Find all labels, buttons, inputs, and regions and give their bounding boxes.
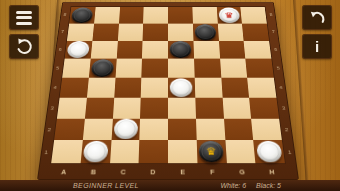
square-e2[interactable] (168, 118, 196, 140)
square-e7[interactable] (168, 23, 193, 40)
square-d6[interactable] (142, 41, 168, 59)
square-c3[interactable] (112, 98, 140, 119)
file-labels: ABCDEFGH (48, 166, 288, 178)
square-a2[interactable] (54, 118, 85, 140)
square-c5[interactable] (115, 59, 142, 78)
white-man[interactable] (83, 141, 109, 162)
square-d8[interactable] (143, 7, 168, 24)
square-c7[interactable] (117, 23, 143, 40)
rank-label: 5 (273, 59, 284, 78)
file-label: F (198, 169, 228, 176)
black-king[interactable]: ♛ (199, 141, 224, 162)
square-f1[interactable]: ♛ (196, 140, 226, 163)
rank-label: 1 (284, 141, 296, 164)
square-a8[interactable] (69, 7, 95, 24)
rank-label: 2 (281, 119, 293, 141)
square-d4[interactable] (141, 78, 168, 98)
square-a4[interactable] (60, 78, 89, 98)
restart-button[interactable] (9, 34, 39, 59)
black-man[interactable] (195, 24, 217, 40)
white-king[interactable]: ♛ (218, 7, 240, 22)
square-f8[interactable] (192, 7, 217, 24)
crown-icon: ♛ (199, 141, 224, 162)
square-b4[interactable] (87, 78, 115, 98)
checkers-board: ♛♛ ABCDEFGH 87654321 87654321 (37, 2, 299, 180)
square-d3[interactable] (140, 98, 168, 119)
square-c6[interactable] (116, 41, 142, 59)
square-g1[interactable] (225, 140, 256, 163)
square-c4[interactable] (114, 78, 142, 98)
square-b1[interactable] (80, 140, 111, 163)
square-h2[interactable] (251, 118, 282, 140)
square-e3[interactable] (168, 98, 196, 119)
undo-icon (308, 8, 327, 27)
square-c2[interactable] (111, 118, 140, 140)
square-a1[interactable] (51, 140, 82, 163)
square-h8[interactable] (241, 7, 267, 24)
square-h4[interactable] (247, 78, 276, 98)
square-b2[interactable] (83, 118, 113, 140)
file-label: E (168, 169, 198, 176)
square-d1[interactable] (139, 140, 168, 163)
square-g4[interactable] (221, 78, 249, 98)
square-f6[interactable] (193, 41, 219, 59)
square-h1[interactable] (253, 140, 284, 163)
square-g7[interactable] (217, 23, 243, 40)
rank-label: 7 (268, 23, 278, 40)
menu-button[interactable] (9, 5, 39, 30)
square-d5[interactable] (142, 59, 168, 78)
square-c1[interactable] (110, 140, 140, 163)
restart-icon (15, 37, 34, 56)
square-b3[interactable] (85, 98, 114, 119)
square-g2[interactable] (224, 118, 254, 140)
undo-button[interactable] (302, 5, 332, 30)
square-e1[interactable] (168, 140, 197, 163)
square-h6[interactable] (244, 41, 272, 59)
square-g5[interactable] (220, 59, 248, 78)
black-man[interactable] (91, 59, 114, 77)
file-label: A (49, 169, 79, 176)
level-label: BEGINNER LEVEL (73, 182, 139, 189)
black-man[interactable] (71, 7, 93, 22)
rank-label: 3 (278, 98, 289, 119)
square-b6[interactable] (90, 41, 117, 59)
black-man[interactable] (170, 41, 192, 58)
file-label: B (78, 169, 108, 176)
info-icon: i (315, 39, 319, 54)
square-f7[interactable] (193, 23, 219, 40)
rank-label: 6 (271, 40, 281, 58)
square-a7[interactable] (67, 23, 94, 40)
square-h5[interactable] (246, 59, 274, 78)
hamburger-icon (16, 11, 32, 25)
square-d7[interactable] (143, 23, 168, 40)
square-a3[interactable] (57, 98, 87, 119)
square-a6[interactable] (65, 41, 93, 59)
file-label: D (138, 169, 168, 176)
square-b8[interactable] (94, 7, 120, 24)
square-e6[interactable] (168, 41, 194, 59)
square-g8[interactable]: ♛ (216, 7, 242, 24)
square-f2[interactable] (196, 118, 225, 140)
square-e4[interactable] (168, 78, 195, 98)
square-h3[interactable] (249, 98, 279, 119)
square-f4[interactable] (194, 78, 222, 98)
square-f5[interactable] (194, 59, 221, 78)
square-b5[interactable] (89, 59, 117, 78)
square-f3[interactable] (195, 98, 223, 119)
white-count: White: 6 (220, 182, 246, 189)
square-h7[interactable] (242, 23, 269, 40)
file-label: H (257, 169, 287, 176)
rank-label: 4 (276, 78, 287, 98)
status-bar: BEGINNER LEVEL White: 6 Black: 5 (0, 180, 340, 191)
white-man[interactable] (256, 141, 283, 162)
white-man[interactable] (170, 78, 193, 96)
white-man[interactable] (67, 41, 90, 58)
file-label: C (108, 169, 138, 176)
square-e8[interactable] (168, 7, 193, 24)
rank-label: 8 (266, 6, 276, 23)
square-e5[interactable] (168, 59, 194, 78)
square-g6[interactable] (219, 41, 246, 59)
game-screen: ♛♛ ABCDEFGH 87654321 87654321 i BEGINNER… (0, 0, 340, 191)
square-d2[interactable] (140, 118, 168, 140)
crown-icon: ♛ (218, 7, 240, 22)
square-b7[interactable] (92, 23, 118, 40)
black-count: Black: 5 (256, 182, 281, 189)
board-grid: ♛♛ (50, 6, 286, 164)
square-g3[interactable] (222, 98, 251, 119)
white-man[interactable] (113, 119, 138, 139)
info-button[interactable]: i (302, 34, 332, 59)
file-label: G (227, 169, 257, 176)
square-a5[interactable] (62, 59, 90, 78)
square-c8[interactable] (119, 7, 144, 24)
